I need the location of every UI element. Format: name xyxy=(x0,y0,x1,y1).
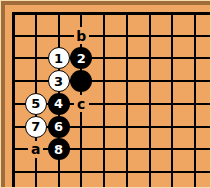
black-stone: 2 xyxy=(70,47,92,69)
grid-line-vertical xyxy=(126,12,128,188)
point-label-text: b xyxy=(76,29,86,43)
stone-move-number: 2 xyxy=(77,52,86,65)
board-edge-shadow-top xyxy=(1,1,210,5)
point-label-b: b xyxy=(74,27,89,44)
board-edge-line-left xyxy=(12,12,15,188)
grid-line-vertical xyxy=(103,12,105,188)
black-stone xyxy=(70,70,92,92)
grid-line-horizontal xyxy=(12,171,211,173)
stone-move-number: 8 xyxy=(54,143,63,156)
stone-move-number: 1 xyxy=(54,52,63,65)
grid-line-vertical xyxy=(194,12,196,188)
go-board: abc12354768 xyxy=(1,1,210,187)
point-label-text: c xyxy=(77,97,85,111)
white-stone: 3 xyxy=(48,70,70,92)
white-stone: 7 xyxy=(25,116,47,138)
point-label-a: a xyxy=(28,141,43,158)
grid-line-horizontal xyxy=(12,80,211,82)
black-stone: 8 xyxy=(48,138,70,160)
stone-move-number: 7 xyxy=(31,120,40,133)
stone-move-number: 4 xyxy=(54,97,63,110)
white-stone: 5 xyxy=(25,93,47,115)
grid-line-vertical xyxy=(149,12,151,188)
board-edge-line-top xyxy=(12,12,211,15)
grid-line-horizontal xyxy=(12,57,211,59)
white-stone: 1 xyxy=(48,47,70,69)
stone-move-number: 5 xyxy=(31,97,40,110)
stone-move-number: 6 xyxy=(54,120,63,133)
black-stone: 6 xyxy=(48,116,70,138)
point-label-c: c xyxy=(74,95,89,112)
stone-move-number: 3 xyxy=(54,75,63,88)
go-board-diagram: abc12354768 xyxy=(0,0,211,188)
grid-line-horizontal xyxy=(12,35,211,37)
grid-line-vertical xyxy=(171,12,173,188)
point-label-text: a xyxy=(31,142,40,156)
board-edge-shadow-left xyxy=(1,1,5,187)
black-stone: 4 xyxy=(48,93,70,115)
